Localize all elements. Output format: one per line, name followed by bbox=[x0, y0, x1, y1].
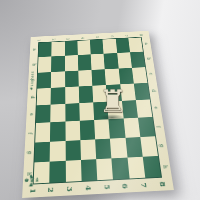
coordinate-label: 2 bbox=[51, 38, 55, 40]
square[interactable] bbox=[65, 160, 81, 182]
square[interactable] bbox=[37, 72, 51, 89]
square[interactable] bbox=[38, 57, 52, 73]
coordinate-label: 3 bbox=[66, 186, 74, 192]
square[interactable] bbox=[130, 52, 145, 68]
square[interactable] bbox=[94, 119, 110, 139]
coordinate-label: b bbox=[31, 63, 36, 66]
coordinate-label: 4 bbox=[81, 37, 85, 39]
square[interactable] bbox=[65, 140, 81, 161]
coordinate-label: e bbox=[29, 113, 34, 116]
square[interactable] bbox=[136, 99, 153, 117]
coordinate-label: h bbox=[162, 165, 168, 169]
coordinate-label: d bbox=[150, 89, 156, 92]
square[interactable] bbox=[65, 103, 80, 122]
brand-text: ♞uschess bbox=[28, 71, 36, 91]
coordinate-label: 1 bbox=[37, 39, 41, 41]
square[interactable] bbox=[51, 71, 65, 88]
coordinate-label: f bbox=[156, 125, 162, 127]
coordinate-label: 2 bbox=[47, 187, 55, 193]
square[interactable] bbox=[91, 54, 105, 70]
coordinate-label: g bbox=[159, 144, 165, 147]
square[interactable] bbox=[36, 105, 51, 124]
chess-pieces-logo-icon: ♞♚♛♝♟ bbox=[24, 174, 39, 187]
square[interactable] bbox=[65, 86, 79, 104]
square[interactable] bbox=[50, 122, 65, 142]
square[interactable] bbox=[78, 55, 92, 71]
square[interactable] bbox=[64, 41, 77, 56]
coordinate-label: e bbox=[153, 107, 159, 110]
coordinate-label: c bbox=[148, 73, 153, 75]
square[interactable] bbox=[81, 159, 98, 181]
coordinate-label: 6 bbox=[121, 183, 129, 189]
square[interactable] bbox=[50, 141, 65, 162]
square[interactable] bbox=[51, 87, 65, 105]
coordinate-label: 1 bbox=[29, 188, 37, 194]
coordinate-label: 8 bbox=[139, 34, 143, 36]
coordinate-label: 5 bbox=[95, 36, 99, 38]
square[interactable] bbox=[35, 122, 50, 142]
square[interactable] bbox=[128, 37, 143, 52]
coordinate-label: d bbox=[30, 95, 35, 98]
photo-scene: 12345678 abcdefgh abcdefgh 12345678 ♞usc… bbox=[0, 0, 200, 200]
square[interactable] bbox=[50, 104, 65, 123]
square[interactable] bbox=[134, 83, 150, 100]
coordinate-label: 7 bbox=[124, 34, 128, 36]
square[interactable] bbox=[80, 120, 96, 140]
square[interactable] bbox=[65, 55, 79, 71]
square[interactable] bbox=[132, 67, 148, 84]
square[interactable] bbox=[52, 42, 65, 57]
coordinate-label: 8 bbox=[158, 181, 167, 187]
square[interactable] bbox=[37, 88, 51, 106]
coordinate-label: f bbox=[28, 132, 34, 134]
square[interactable] bbox=[90, 39, 104, 54]
white-rook[interactable]: ♜ bbox=[97, 82, 129, 120]
square[interactable] bbox=[50, 161, 66, 183]
square[interactable] bbox=[80, 139, 96, 160]
coordinate-label: 5 bbox=[103, 184, 111, 190]
coordinate-label: 6 bbox=[110, 35, 114, 37]
coordinate-label: g bbox=[27, 151, 33, 154]
square[interactable] bbox=[79, 102, 94, 121]
square[interactable] bbox=[38, 42, 51, 57]
coordinate-label: 3 bbox=[66, 37, 70, 39]
square[interactable] bbox=[65, 121, 80, 141]
square[interactable] bbox=[140, 136, 158, 157]
coordinate-label: a bbox=[32, 48, 37, 50]
square[interactable] bbox=[138, 117, 155, 137]
square[interactable] bbox=[78, 70, 92, 87]
square[interactable] bbox=[77, 40, 90, 55]
square[interactable] bbox=[51, 56, 64, 72]
coordinate-label: a bbox=[144, 43, 149, 45]
square[interactable] bbox=[95, 138, 111, 159]
square[interactable] bbox=[34, 141, 50, 162]
square[interactable] bbox=[65, 70, 79, 87]
coordinate-label: 4 bbox=[84, 185, 92, 191]
coordinate-label: 7 bbox=[140, 182, 149, 188]
square[interactable] bbox=[96, 158, 113, 180]
coordinate-label: b bbox=[146, 57, 151, 60]
square[interactable] bbox=[142, 156, 160, 178]
square[interactable] bbox=[79, 86, 94, 104]
